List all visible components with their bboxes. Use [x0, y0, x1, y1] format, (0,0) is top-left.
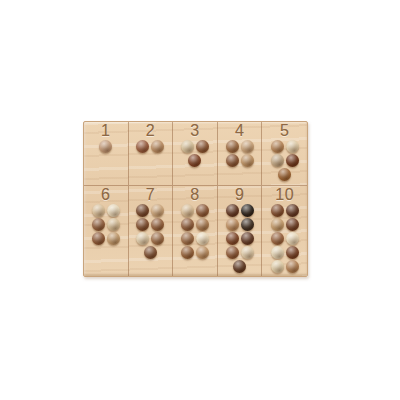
peg-group-8 [181, 204, 209, 259]
wooden-peg [241, 140, 254, 153]
peg-row [226, 140, 254, 153]
wooden-peg [196, 140, 209, 153]
peg-row [226, 218, 254, 231]
wooden-peg [226, 204, 239, 217]
wooden-peg [271, 154, 284, 167]
peg-row [181, 218, 209, 231]
wooden-peg [286, 232, 299, 245]
peg-row [181, 204, 209, 217]
peg-row [92, 204, 120, 217]
peg-row [226, 154, 254, 167]
cell-number-2: 2 [146, 122, 155, 139]
wooden-peg [151, 140, 164, 153]
wooden-peg [188, 154, 201, 167]
wooden-peg [271, 140, 284, 153]
wooden-peg [286, 218, 299, 231]
peg-row [181, 140, 209, 153]
peg-row [271, 140, 299, 153]
peg-row [226, 204, 254, 217]
peg-row [181, 232, 209, 245]
peg-row [271, 168, 299, 181]
peg-group-6 [92, 204, 120, 245]
peg-row [92, 232, 120, 245]
cell-10: 10 [262, 186, 307, 276]
wooden-peg [92, 232, 105, 245]
cell-number-7: 7 [146, 186, 155, 203]
wooden-peg [181, 246, 194, 259]
wooden-peg [107, 204, 120, 217]
wooden-peg [233, 260, 246, 273]
cell-number-8: 8 [190, 186, 199, 203]
peg-row [271, 218, 299, 231]
cell-number-3: 3 [190, 122, 199, 139]
peg-group-3 [181, 140, 209, 167]
wooden-peg [181, 232, 194, 245]
peg-row [136, 140, 164, 153]
peg-row [136, 232, 164, 245]
peg-group-2 [136, 140, 164, 153]
wooden-peg [286, 140, 299, 153]
wooden-peg [226, 140, 239, 153]
cell-number-6: 6 [101, 186, 110, 203]
wooden-peg [241, 232, 254, 245]
peg-row [136, 218, 164, 231]
wooden-peg [136, 232, 149, 245]
wooden-peg [271, 232, 284, 245]
peg-group-5 [271, 140, 299, 181]
wooden-peg [136, 204, 149, 217]
wooden-peg [196, 204, 209, 217]
wooden-peg [181, 140, 194, 153]
wooden-peg [226, 218, 239, 231]
peg-row [271, 204, 299, 217]
peg-row [136, 204, 164, 217]
wooden-peg [99, 140, 112, 153]
wooden-peg [286, 204, 299, 217]
cell-7: 7 [129, 186, 174, 276]
peg-row [271, 232, 299, 245]
wooden-peg [241, 218, 254, 231]
wooden-peg [196, 232, 209, 245]
wooden-peg [286, 246, 299, 259]
peg-group-10 [271, 204, 299, 273]
wooden-peg [181, 218, 194, 231]
peg-group-9 [226, 204, 254, 273]
wooden-peg [226, 232, 239, 245]
wooden-peg [271, 260, 284, 273]
wooden-peg [271, 246, 284, 259]
peg-group-4 [226, 140, 254, 167]
peg-row [271, 260, 299, 273]
wooden-peg [144, 246, 157, 259]
wooden-peg [107, 232, 120, 245]
wooden-peg [151, 218, 164, 231]
cell-1: 1 [84, 122, 129, 186]
peg-row [181, 246, 209, 259]
peg-row [226, 232, 254, 245]
cell-9: 9 [218, 186, 263, 276]
wooden-peg [136, 140, 149, 153]
wooden-peg [181, 204, 194, 217]
wooden-peg [151, 204, 164, 217]
wooden-peg [136, 218, 149, 231]
peg-row [99, 140, 112, 153]
wooden-peg [107, 218, 120, 231]
wooden-peg [271, 218, 284, 231]
cell-number-4: 4 [235, 122, 244, 139]
wooden-peg [241, 246, 254, 259]
peg-row [226, 260, 254, 273]
wooden-peg [196, 246, 209, 259]
wooden-peg [92, 204, 105, 217]
wooden-peg [196, 218, 209, 231]
wooden-peg [271, 204, 284, 217]
peg-group-7 [136, 204, 164, 259]
wooden-peg [92, 218, 105, 231]
peg-group-1 [99, 140, 112, 153]
wooden-peg [151, 232, 164, 245]
wooden-peg [226, 246, 239, 259]
wooden-peg [241, 204, 254, 217]
cell-2: 2 [129, 122, 174, 186]
wooden-peg [286, 260, 299, 273]
peg-row [92, 218, 120, 231]
peg-row [271, 154, 299, 167]
wooden-peg [278, 168, 291, 181]
cell-8: 8 [173, 186, 218, 276]
peg-row [136, 246, 164, 259]
cell-number-5: 5 [280, 122, 289, 139]
peg-row [226, 246, 254, 259]
wooden-peg [226, 154, 239, 167]
cell-number-9: 9 [235, 186, 244, 203]
wooden-peg [241, 154, 254, 167]
counting-board: 12345678910 [83, 121, 308, 277]
peg-row [181, 154, 209, 167]
cell-3: 3 [173, 122, 218, 186]
cell-6: 6 [84, 186, 129, 276]
photo-background: 12345678910 [0, 0, 400, 400]
cell-number-10: 10 [275, 186, 294, 203]
cell-4: 4 [218, 122, 263, 186]
cell-number-1: 1 [101, 122, 110, 139]
wooden-peg [286, 154, 299, 167]
cell-5: 5 [262, 122, 307, 186]
peg-row [271, 246, 299, 259]
